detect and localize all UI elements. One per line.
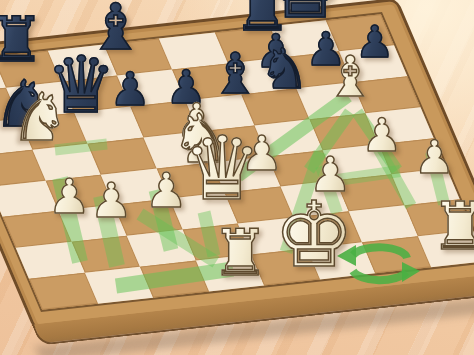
piece-white-pawn-c3[interactable]: ♟ — [145, 166, 188, 214]
piece-white-pawn-h3[interactable]: ♟ — [414, 134, 455, 180]
piece-white-pawn-b3[interactable]: ♟ — [90, 176, 133, 224]
piece-white-rook-d1[interactable]: ♜ — [211, 221, 268, 285]
piece-black-knight-f6[interactable]: ♞ — [259, 41, 309, 97]
piece-white-knight-a5[interactable]: ♞ — [10, 85, 69, 151]
piece-white-bishop-g6[interactable]: ♝ — [325, 49, 375, 105]
chess-illustration-scene: ♜♝♜♚♟♟♟♞♛♟♟♝♞♝♞♟♞♟♟♟♟♟♛♟♟♜♚♜ — [0, 0, 474, 355]
piece-white-queen-d3[interactable]: ♛ — [183, 125, 262, 213]
piece-white-king-e1[interactable]: ♚ — [274, 190, 355, 280]
piece-black-bishop-e6[interactable]: ♝ — [210, 46, 260, 102]
piece-white-pawn-a3[interactable]: ♟ — [48, 172, 91, 220]
piece-white-rook-h1[interactable]: ♜ — [430, 194, 474, 260]
piece-black-rook-b8[interactable]: ♜ — [0, 9, 44, 71]
piece-white-pawn-g4[interactable]: ♟ — [361, 112, 402, 158]
